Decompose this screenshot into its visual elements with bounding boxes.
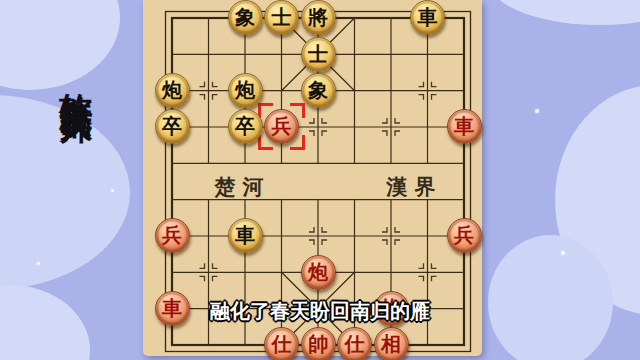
piece-black-士[interactable]: 士 [301,37,336,72]
piece-black-炮[interactable]: 炮 [155,73,190,108]
square-6-9[interactable]: 相 [373,327,410,360]
square-3-9[interactable]: 仕 [263,327,300,360]
piece-black-將[interactable]: 將 [301,0,336,35]
square-4-2[interactable]: 象 [300,72,337,108]
piece-black-象[interactable]: 象 [228,0,263,35]
cloud [488,235,613,360]
square-2-0[interactable]: 象 [227,0,264,36]
cloud [490,0,640,25]
piece-black-車[interactable]: 車 [410,0,445,35]
piece-black-卒[interactable]: 卒 [228,109,263,144]
channel-watermark: 软件象棋大师 [56,66,96,90]
sparkle [561,251,565,255]
square-4-1[interactable]: 士 [300,36,337,72]
cloud [0,285,90,360]
cloud [0,95,130,290]
square-0-3[interactable]: 卒 [154,109,191,145]
square-0-2[interactable]: 炮 [154,72,191,108]
piece-black-車[interactable]: 車 [228,218,263,253]
video-frame: 软件象棋大师 楚河 漢界 象士將車士炮炮象卒卒兵車兵車兵炮車炮仕帥仕相 融化了春… [0,0,640,360]
square-2-6[interactable]: 車 [227,218,264,254]
piece-red-仕[interactable]: 仕 [264,327,299,360]
square-8-6[interactable]: 兵 [446,218,483,254]
sparkle [535,109,539,113]
piece-red-炮[interactable]: 炮 [301,255,336,290]
piece-red-仕[interactable]: 仕 [337,327,372,360]
square-0-6[interactable]: 兵 [154,218,191,254]
piece-red-帥[interactable]: 帥 [301,327,336,360]
square-3-0[interactable]: 士 [263,0,300,36]
square-7-0[interactable]: 車 [409,0,446,36]
piece-black-卒[interactable]: 卒 [155,109,190,144]
square-4-0[interactable]: 將 [300,0,337,36]
sparkle [37,262,40,265]
piece-red-車[interactable]: 車 [447,109,482,144]
sparkle [111,189,114,192]
subtitle-text: 融化了春天盼回南归的雁 [150,298,490,325]
square-5-9[interactable]: 仕 [336,327,373,360]
piece-red-兵[interactable]: 兵 [155,218,190,253]
piece-black-象[interactable]: 象 [301,73,336,108]
piece-red-兵[interactable]: 兵 [447,218,482,253]
piece-black-士[interactable]: 士 [264,0,299,35]
square-4-9[interactable]: 帥 [300,327,337,360]
square-8-3[interactable]: 車 [446,109,483,145]
piece-red-相[interactable]: 相 [374,327,409,360]
square-3-3[interactable]: 兵 [263,109,300,145]
piece-black-炮[interactable]: 炮 [228,73,263,108]
square-4-7[interactable]: 炮 [300,254,337,290]
